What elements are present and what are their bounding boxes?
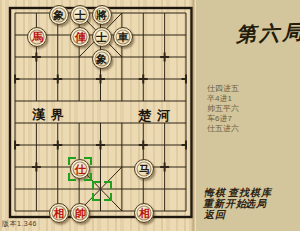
move-list: 仕四进五卒4进1帅五平六车6进7仕五进六 xyxy=(207,84,239,134)
piece-black-king[interactable]: 將 xyxy=(92,5,112,25)
piece-red-king[interactable]: 帥 xyxy=(70,203,90,223)
piece-black-elephant[interactable]: 象 xyxy=(92,49,112,69)
app-window: 漢界 楚河 象士將馬俥士車象仕马相帥相 版本1.346 第六局 仕四进五卒4进1… xyxy=(0,0,300,231)
move-entry: 帅五平六 xyxy=(207,104,239,114)
game-title: 第六局 xyxy=(236,19,300,48)
bracket-corner xyxy=(68,173,76,181)
bracket-corner xyxy=(68,157,76,165)
bracket-corner xyxy=(92,193,100,201)
bracket-corner xyxy=(92,181,100,189)
piece-black-horse[interactable]: 马 xyxy=(134,159,154,179)
river-label-left: 漢界 xyxy=(32,106,70,124)
side-panel: 第六局 仕四进五卒4进1帅五平六车6进7仕五进六 悔棋 查找棋库 重新开始 选局… xyxy=(196,0,300,231)
bracket-corner xyxy=(104,181,112,189)
choose-game-button[interactable]: 选局 xyxy=(245,197,267,211)
piece-black-advisor[interactable]: 士 xyxy=(70,5,90,25)
move-entry: 仕四进五 xyxy=(207,84,239,94)
piece-black-chariot[interactable]: 車 xyxy=(113,27,133,47)
move-entry: 车6进7 xyxy=(207,114,239,124)
piece-red-chariot[interactable]: 俥 xyxy=(70,27,90,47)
board-panel[interactable]: 漢界 楚河 象士將馬俥士車象仕马相帥相 版本1.346 xyxy=(0,0,196,231)
move-target-marker xyxy=(92,181,112,201)
bracket-corner xyxy=(84,157,92,165)
piece-red-elephant[interactable]: 相 xyxy=(134,203,154,223)
move-entry: 仕五进六 xyxy=(207,124,239,134)
bracket-corner xyxy=(104,193,112,201)
version-label: 版本1.346 xyxy=(2,219,37,229)
back-button[interactable]: 返回 xyxy=(204,208,226,222)
move-entry: 卒4进1 xyxy=(207,94,239,104)
river-label-right: 楚河 xyxy=(138,107,176,125)
piece-black-advisor[interactable]: 士 xyxy=(92,27,112,47)
selected-piece-marker xyxy=(68,157,92,181)
piece-red-horse[interactable]: 馬 xyxy=(27,27,47,47)
piece-black-elephant[interactable]: 象 xyxy=(49,5,69,25)
bracket-corner xyxy=(84,173,92,181)
piece-red-elephant[interactable]: 相 xyxy=(49,203,69,223)
